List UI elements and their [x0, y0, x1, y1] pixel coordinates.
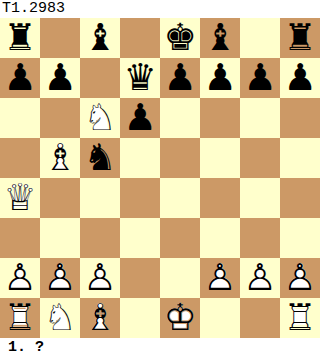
square-b7[interactable]: ♟	[40, 58, 80, 98]
white-bishop-icon: ♝♗	[40, 138, 80, 178]
black-pawn-icon: ♟	[240, 58, 280, 98]
square-a5[interactable]	[0, 138, 40, 178]
chess-puzzle-page: T1.2983 ♜♝♚♝♜♟♟♛♟♟♟♟♞♘♟♝♗♞♛♕♟♙♟♙♟♙♟♙♟♙♟♙…	[0, 0, 320, 360]
black-pawn-icon: ♟	[40, 58, 80, 98]
square-d6[interactable]: ♟	[120, 98, 160, 138]
move-prompt: 1. ?	[0, 338, 320, 360]
square-c7[interactable]	[80, 58, 120, 98]
square-g4[interactable]	[240, 178, 280, 218]
black-pawn-icon: ♟	[200, 58, 240, 98]
black-knight-icon: ♞	[80, 138, 120, 178]
square-c8[interactable]: ♝	[80, 18, 120, 58]
square-g5[interactable]	[240, 138, 280, 178]
square-g7[interactable]: ♟	[240, 58, 280, 98]
square-f3[interactable]	[200, 218, 240, 258]
piece-outline: ♖	[280, 298, 320, 338]
square-e5[interactable]	[160, 138, 200, 178]
black-pawn-icon: ♟	[0, 58, 40, 98]
square-b2[interactable]: ♟♙	[40, 258, 80, 298]
piece-outline: ♔	[160, 298, 200, 338]
square-g2[interactable]: ♟♙	[240, 258, 280, 298]
square-b1[interactable]: ♞♘	[40, 298, 80, 338]
white-pawn-icon: ♟♙	[280, 258, 320, 298]
white-pawn-icon: ♟♙	[40, 258, 80, 298]
puzzle-id-label: T1.2983	[0, 0, 320, 18]
white-pawn-icon: ♟♙	[240, 258, 280, 298]
square-a3[interactable]	[0, 218, 40, 258]
white-rook-icon: ♜♖	[280, 298, 320, 338]
piece-outline: ♘	[80, 98, 120, 138]
square-b5[interactable]: ♝♗	[40, 138, 80, 178]
white-pawn-icon: ♟♙	[80, 258, 120, 298]
square-h5[interactable]	[280, 138, 320, 178]
square-c5[interactable]: ♞	[80, 138, 120, 178]
square-d2[interactable]	[120, 258, 160, 298]
square-h2[interactable]: ♟♙	[280, 258, 320, 298]
square-a2[interactable]: ♟♙	[0, 258, 40, 298]
square-b6[interactable]	[40, 98, 80, 138]
square-g1[interactable]	[240, 298, 280, 338]
piece-outline: ♙	[280, 258, 320, 298]
white-king-icon: ♚♔	[160, 298, 200, 338]
white-pawn-icon: ♟♙	[200, 258, 240, 298]
white-knight-icon: ♞♘	[80, 98, 120, 138]
square-c3[interactable]	[80, 218, 120, 258]
square-e2[interactable]	[160, 258, 200, 298]
square-f2[interactable]: ♟♙	[200, 258, 240, 298]
square-d4[interactable]	[120, 178, 160, 218]
square-h7[interactable]: ♟	[280, 58, 320, 98]
white-rook-icon: ♜♖	[0, 298, 40, 338]
square-a1[interactable]: ♜♖	[0, 298, 40, 338]
black-rook-icon: ♜	[0, 18, 40, 58]
piece-outline: ♘	[40, 298, 80, 338]
piece-outline: ♗	[40, 138, 80, 178]
black-pawn-icon: ♟	[280, 58, 320, 98]
square-f1[interactable]	[200, 298, 240, 338]
square-f4[interactable]	[200, 178, 240, 218]
square-b3[interactable]	[40, 218, 80, 258]
square-e7[interactable]: ♟	[160, 58, 200, 98]
square-d3[interactable]	[120, 218, 160, 258]
black-king-icon: ♚	[160, 18, 200, 58]
square-g3[interactable]	[240, 218, 280, 258]
square-f8[interactable]: ♝	[200, 18, 240, 58]
white-knight-icon: ♞♘	[40, 298, 80, 338]
square-d1[interactable]	[120, 298, 160, 338]
black-pawn-icon: ♟	[120, 98, 160, 138]
square-f6[interactable]	[200, 98, 240, 138]
square-h3[interactable]	[280, 218, 320, 258]
square-c2[interactable]: ♟♙	[80, 258, 120, 298]
black-rook-icon: ♜	[280, 18, 320, 58]
piece-outline: ♙	[200, 258, 240, 298]
square-d8[interactable]	[120, 18, 160, 58]
square-f7[interactable]: ♟	[200, 58, 240, 98]
piece-outline: ♙	[0, 258, 40, 298]
chess-board: ♜♝♚♝♜♟♟♛♟♟♟♟♞♘♟♝♗♞♛♕♟♙♟♙♟♙♟♙♟♙♟♙♜♖♞♘♝♗♚♔…	[0, 18, 320, 338]
square-a6[interactable]	[0, 98, 40, 138]
square-h4[interactable]	[280, 178, 320, 218]
piece-outline: ♖	[0, 298, 40, 338]
square-g6[interactable]	[240, 98, 280, 138]
square-e6[interactable]	[160, 98, 200, 138]
square-a8[interactable]: ♜	[0, 18, 40, 58]
white-bishop-icon: ♝♗	[80, 298, 120, 338]
white-queen-icon: ♛♕	[0, 178, 40, 218]
piece-outline: ♗	[80, 298, 120, 338]
piece-outline: ♙	[80, 258, 120, 298]
square-c6[interactable]: ♞♘	[80, 98, 120, 138]
piece-outline: ♕	[0, 178, 40, 218]
square-a7[interactable]: ♟	[0, 58, 40, 98]
square-e3[interactable]	[160, 218, 200, 258]
piece-outline: ♙	[240, 258, 280, 298]
square-h8[interactable]: ♜	[280, 18, 320, 58]
square-e8[interactable]: ♚	[160, 18, 200, 58]
square-f5[interactable]	[200, 138, 240, 178]
square-d5[interactable]	[120, 138, 160, 178]
black-pawn-icon: ♟	[160, 58, 200, 98]
square-e1[interactable]: ♚♔	[160, 298, 200, 338]
square-a4[interactable]: ♛♕	[0, 178, 40, 218]
square-h6[interactable]	[280, 98, 320, 138]
square-e4[interactable]	[160, 178, 200, 218]
black-queen-icon: ♛	[120, 58, 160, 98]
square-c1[interactable]: ♝♗	[80, 298, 120, 338]
black-bishop-icon: ♝	[80, 18, 120, 58]
square-g8[interactable]	[240, 18, 280, 58]
square-c4[interactable]	[80, 178, 120, 218]
piece-outline: ♙	[40, 258, 80, 298]
square-b4[interactable]	[40, 178, 80, 218]
square-d7[interactable]: ♛	[120, 58, 160, 98]
square-h1[interactable]: ♜♖	[280, 298, 320, 338]
square-b8[interactable]	[40, 18, 80, 58]
white-pawn-icon: ♟♙	[0, 258, 40, 298]
black-bishop-icon: ♝	[200, 18, 240, 58]
